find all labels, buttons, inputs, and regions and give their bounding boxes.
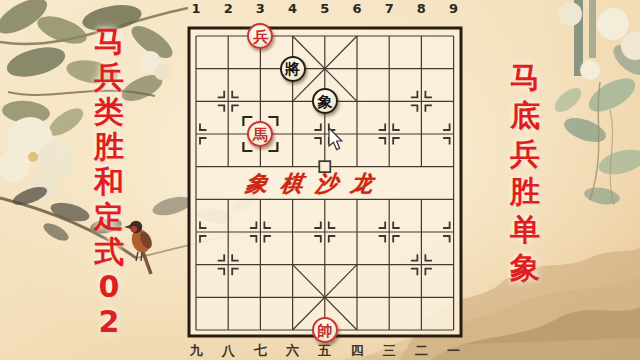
title-character: 式 <box>94 237 124 267</box>
piece-red-horse[interactable]: 馬 <box>247 121 273 147</box>
piece-red-soldier[interactable]: 兵 <box>247 23 273 49</box>
piece-character: 象 <box>317 94 332 109</box>
title-character: 马 <box>94 27 124 57</box>
title-character: 类 <box>94 97 124 127</box>
title-character: 马 <box>510 63 540 93</box>
title-character: 2 <box>99 307 120 337</box>
piece-character: 兵 <box>253 29 268 44</box>
lesson-title-right: 马底兵胜单象 <box>506 63 544 283</box>
title-character: 和 <box>94 167 124 197</box>
piece-black-general[interactable]: 將 <box>280 56 306 82</box>
title-character: 兵 <box>94 62 124 92</box>
piece-black-elephant[interactable]: 象 <box>312 88 338 114</box>
title-character: 定 <box>94 202 124 232</box>
title-character: 胜 <box>510 177 540 207</box>
title-character: 兵 <box>510 139 540 169</box>
lesson-title-left: 马兵类胜和定式02 <box>91 27 127 337</box>
title-character: 胜 <box>94 132 124 162</box>
title-character: 底 <box>510 101 540 131</box>
xiangqi-lesson-screen: 象棋沙龙 123456789九八七六五四三二一 兵將象馬帥 马兵类胜和定式02 … <box>0 0 640 360</box>
piece-character: 帥 <box>317 323 332 338</box>
title-character: 象 <box>510 253 540 283</box>
piece-character: 馬 <box>253 127 268 142</box>
title-character: 0 <box>99 272 120 302</box>
piece-red-king[interactable]: 帥 <box>312 317 338 343</box>
title-character: 单 <box>510 215 540 245</box>
piece-character: 將 <box>285 62 300 77</box>
